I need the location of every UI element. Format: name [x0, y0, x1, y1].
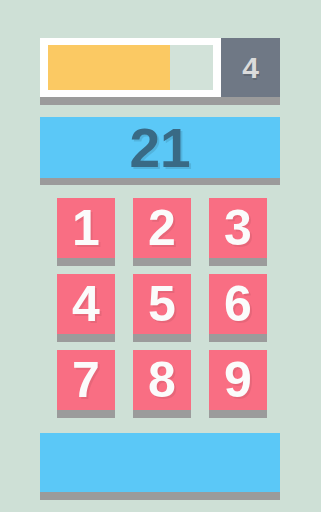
progress-track-frame: [40, 38, 221, 97]
key-4[interactable]: 4: [57, 274, 115, 334]
round-counter-value: 4: [242, 51, 259, 85]
key-3[interactable]: 3: [209, 198, 267, 258]
key-2[interactable]: 2: [133, 198, 191, 258]
key-9[interactable]: 9: [209, 350, 267, 410]
target-bar: 21: [40, 117, 280, 178]
keypad: 1 2 3 4 5 6 7 8 9: [57, 198, 267, 410]
progress-bar: 4: [40, 38, 280, 97]
target-value: 21: [129, 116, 190, 180]
key-7[interactable]: 7: [57, 350, 115, 410]
key-1[interactable]: 1: [57, 198, 115, 258]
game-screen: 4 21 1 2 3 4 5 6 7 8 9: [0, 0, 321, 512]
progress-fill: [48, 45, 170, 90]
progress-track: [48, 45, 213, 90]
key-5[interactable]: 5: [133, 274, 191, 334]
answer-bar: [40, 433, 280, 492]
key-8[interactable]: 8: [133, 350, 191, 410]
key-6[interactable]: 6: [209, 274, 267, 334]
round-counter-box: 4: [221, 38, 280, 97]
